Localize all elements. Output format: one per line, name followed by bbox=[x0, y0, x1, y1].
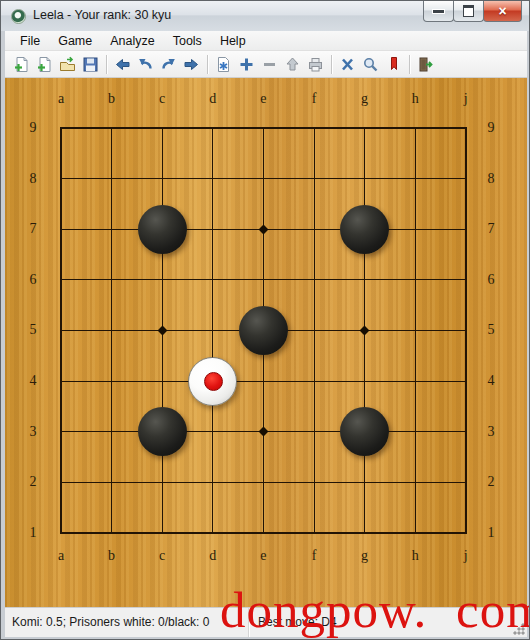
redo-arrow-icon bbox=[160, 56, 177, 73]
minimize-button[interactable] bbox=[423, 1, 454, 22]
magnifier-icon bbox=[362, 56, 379, 73]
restore-button[interactable] bbox=[453, 1, 484, 22]
coord-label-e: e bbox=[252, 548, 274, 564]
undo-move-button[interactable] bbox=[134, 53, 157, 76]
menu-help[interactable]: Help bbox=[211, 32, 255, 50]
coord-label-7: 7 bbox=[480, 221, 502, 237]
menu-file[interactable]: File bbox=[11, 32, 49, 50]
delete-move-button[interactable] bbox=[336, 53, 359, 76]
coord-label-e: e bbox=[252, 91, 274, 107]
toolbar-separator bbox=[331, 55, 332, 74]
window-controls: × bbox=[424, 1, 522, 22]
coord-label-6: 6 bbox=[22, 272, 44, 288]
x-mark-icon bbox=[339, 56, 356, 73]
last-move-marker bbox=[204, 372, 223, 391]
grid-line-horizontal bbox=[60, 532, 467, 534]
plus-icon bbox=[238, 56, 255, 73]
coord-label-a: a bbox=[50, 548, 72, 564]
grid-line-horizontal bbox=[60, 381, 467, 382]
up-arrow-icon bbox=[284, 56, 301, 73]
last-move-button[interactable] bbox=[180, 53, 203, 76]
arrow-right-icon bbox=[183, 56, 200, 73]
coord-label-4: 4 bbox=[480, 373, 502, 389]
coord-label-j: j bbox=[455, 548, 477, 564]
exit-door-icon bbox=[417, 56, 434, 73]
coord-label-9: 9 bbox=[480, 120, 502, 136]
coord-label-h: h bbox=[404, 548, 426, 564]
coord-label-b: b bbox=[101, 91, 123, 107]
coord-label-8: 8 bbox=[22, 171, 44, 187]
coord-label-g: g bbox=[354, 548, 376, 564]
coord-label-7: 7 bbox=[22, 221, 44, 237]
watermark: dongpow. com bbox=[220, 581, 530, 639]
status-komi-prisoners: Komi: 0.5; Prisoners white: 0/black: 0 bbox=[5, 608, 249, 637]
save-game-button[interactable] bbox=[79, 53, 102, 76]
coord-label-8: 8 bbox=[480, 171, 502, 187]
title-bar[interactable]: Leela - Your rank: 30 kyu × bbox=[1, 1, 530, 31]
coord-label-1: 1 bbox=[22, 525, 44, 541]
toolbar-separator bbox=[409, 55, 410, 74]
score-game-button[interactable] bbox=[212, 53, 235, 76]
stone-black-e5 bbox=[239, 306, 288, 355]
coord-label-d: d bbox=[202, 548, 224, 564]
arrow-left-icon bbox=[114, 56, 131, 73]
coord-label-3: 3 bbox=[480, 424, 502, 440]
floppy-icon bbox=[82, 56, 99, 73]
coord-label-4: 4 bbox=[22, 373, 44, 389]
printer-icon bbox=[307, 56, 324, 73]
stone-black-c7 bbox=[138, 205, 187, 254]
stone-black-g7 bbox=[340, 205, 389, 254]
coord-label-a: a bbox=[50, 91, 72, 107]
first-move-button[interactable] bbox=[111, 53, 134, 76]
doc-asterisk-icon bbox=[215, 56, 232, 73]
doc-plus-icon bbox=[13, 56, 30, 73]
coord-label-1: 1 bbox=[480, 525, 502, 541]
undo-arrow-icon bbox=[137, 56, 154, 73]
coord-label-9: 9 bbox=[22, 120, 44, 136]
coord-label-c: c bbox=[151, 91, 173, 107]
minimize-icon bbox=[432, 9, 445, 14]
coord-label-2: 2 bbox=[480, 474, 502, 490]
coord-label-h: h bbox=[404, 91, 426, 107]
coord-label-2: 2 bbox=[22, 474, 44, 490]
analyze-search-button[interactable] bbox=[359, 53, 382, 76]
menu-tools[interactable]: Tools bbox=[164, 32, 211, 50]
hoshi-c5 bbox=[157, 325, 167, 335]
app-stone-icon bbox=[11, 9, 26, 24]
coord-label-g: g bbox=[354, 91, 376, 107]
redo-move-button[interactable] bbox=[157, 53, 180, 76]
new-game-alt-button[interactable] bbox=[33, 53, 56, 76]
open-game-button[interactable] bbox=[56, 53, 79, 76]
red-flag-icon bbox=[385, 56, 402, 73]
print-button[interactable] bbox=[304, 53, 327, 76]
menu-analyze[interactable]: Analyze bbox=[101, 32, 163, 50]
toolbar bbox=[5, 51, 527, 78]
stone-black-c3 bbox=[138, 407, 187, 456]
toolbar-separator bbox=[207, 55, 208, 74]
go-board[interactable]: aabbccddeeffgghhjj998877665544332211 bbox=[5, 78, 527, 607]
hoshi-e3 bbox=[258, 427, 268, 437]
close-icon: × bbox=[498, 4, 506, 18]
hoshi-e7 bbox=[258, 224, 268, 234]
coord-label-f: f bbox=[303, 91, 325, 107]
grid-line-horizontal bbox=[60, 482, 467, 483]
open-file-icon bbox=[59, 56, 76, 73]
grid-line-vertical bbox=[415, 127, 416, 534]
coord-label-c: c bbox=[151, 548, 173, 564]
pass-move-button[interactable] bbox=[281, 53, 304, 76]
close-button[interactable]: × bbox=[483, 1, 522, 22]
new-game-button[interactable] bbox=[10, 53, 33, 76]
grid-line-vertical bbox=[314, 127, 315, 534]
coord-label-5: 5 bbox=[480, 322, 502, 338]
coord-label-5: 5 bbox=[22, 322, 44, 338]
stone-black-g3 bbox=[340, 407, 389, 456]
restore-icon bbox=[463, 5, 474, 17]
window-title: Leela - Your rank: 30 kyu bbox=[33, 8, 171, 22]
coord-label-6: 6 bbox=[480, 272, 502, 288]
coord-label-3: 3 bbox=[22, 424, 44, 440]
stone-white-d4 bbox=[188, 357, 237, 406]
zoom-in-button[interactable] bbox=[235, 53, 258, 76]
coord-label-b: b bbox=[101, 548, 123, 564]
grid-line-vertical bbox=[465, 127, 467, 534]
bookmark-button[interactable] bbox=[382, 53, 405, 76]
toolbar-separator bbox=[106, 55, 107, 74]
leela-window: Leela - Your rank: 30 kyu × FileGameAnal… bbox=[0, 0, 530, 640]
coord-label-f: f bbox=[303, 548, 325, 564]
menu-bar: FileGameAnalyzeToolsHelp bbox=[5, 31, 527, 51]
zoom-out-button[interactable] bbox=[258, 53, 281, 76]
coord-label-j: j bbox=[455, 91, 477, 107]
doc-plus-icon bbox=[36, 56, 53, 73]
menu-game[interactable]: Game bbox=[49, 32, 101, 50]
minus-icon bbox=[261, 56, 278, 73]
exit-app-button[interactable] bbox=[414, 53, 437, 76]
hoshi-g5 bbox=[360, 325, 370, 335]
coord-label-d: d bbox=[202, 91, 224, 107]
